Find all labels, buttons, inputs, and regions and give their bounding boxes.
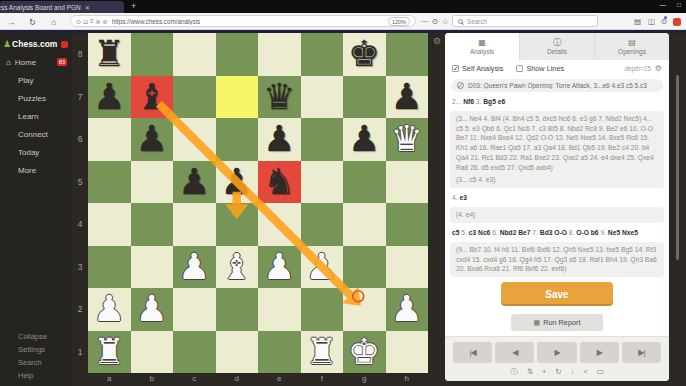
play-move-button[interactable]: ▶ <box>537 342 576 363</box>
first-move-button[interactable]: |◀ <box>453 342 492 363</box>
last-move-button[interactable]: ▶| <box>622 342 661 363</box>
square-c5[interactable]: ♟ <box>173 161 216 204</box>
black-queen-e7[interactable]: ♛ <box>258 76 301 119</box>
square-b1[interactable] <box>131 331 174 374</box>
square-a5[interactable] <box>88 161 131 204</box>
file-label-a: a <box>88 373 131 385</box>
home-icon: ⌂ <box>6 58 11 67</box>
add-icon[interactable]: + <box>542 367 546 378</box>
sidebar-toggle-icon[interactable]: ◫ <box>648 17 655 26</box>
browser-tab-bar: Chess Analysis Board and PGN ✕ + — □ <box>0 0 686 13</box>
square-d5[interactable]: ♟ <box>216 161 259 204</box>
black-pawn-c5[interactable]: ♟ <box>173 161 216 204</box>
self-analysis-checkbox[interactable]: Self Analysis <box>452 64 503 73</box>
sidebar-footer: CollapseSettingsSearchHelp <box>0 330 72 382</box>
analysis-tab-icon: ▦ <box>478 39 486 47</box>
square-b8[interactable] <box>131 33 174 76</box>
move-list[interactable]: 2... Nf6 3. Bg5 e6 (3... Ne4 4. Bf4 (4. … <box>445 93 669 278</box>
square-e2[interactable] <box>258 288 301 331</box>
sidebar-item-today[interactable]: Today <box>0 143 72 161</box>
square-d8[interactable] <box>216 33 259 76</box>
rank-label-5: 5 <box>72 161 88 204</box>
square-g3[interactable] <box>343 246 386 289</box>
analysis-settings-gear-icon[interactable]: ⚙ <box>655 64 662 73</box>
library-icon[interactable]: ▤ <box>634 17 641 26</box>
square-d6[interactable] <box>216 118 259 161</box>
file-label-b: b <box>131 373 174 385</box>
rank-label-2: 2 <box>72 288 88 331</box>
square-h2[interactable]: ♟ <box>386 288 429 331</box>
sidebar-item-puzzles[interactable]: Puzzles <box>0 89 72 107</box>
white-pawn-b2[interactable]: ♟ <box>131 288 174 331</box>
tab-label: Analysis <box>470 48 494 55</box>
square-d3[interactable]: ♝ <box>216 246 259 289</box>
extension-red-icon[interactable] <box>673 18 681 26</box>
square-d7[interactable] <box>216 76 259 119</box>
url-text[interactable]: https://www.chess.com/analysis <box>112 18 388 25</box>
square-e8[interactable] <box>258 33 301 76</box>
variation-box[interactable]: (4. e4) <box>450 207 664 223</box>
square-a8[interactable]: ♜ <box>88 33 131 76</box>
browser-tab[interactable]: Chess Analysis Board and PGN ✕ <box>0 1 124 13</box>
checkbox-unchecked-icon <box>516 65 523 72</box>
rank-label-6: 6 <box>72 118 88 161</box>
flip-board-icon[interactable]: ⇅ <box>527 367 533 378</box>
tab-title: Chess Analysis Board and PGN <box>0 4 81 11</box>
square-h4[interactable] <box>386 203 429 246</box>
square-g6[interactable]: ♟ <box>343 118 386 161</box>
main-move-line[interactable]: 2... Nf6 3. Bg5 e6 <box>445 94 669 109</box>
notification-badge: 83 <box>57 58 67 66</box>
square-c4[interactable] <box>173 203 216 246</box>
reset-icon[interactable]: ↻ <box>555 367 561 378</box>
info-icon[interactable]: ⓘ <box>510 367 518 378</box>
black-pawn-d5[interactable]: ♟ <box>216 161 259 204</box>
rank-label-1: 1 <box>72 331 88 374</box>
sidebar-item-label: Play <box>6 76 34 85</box>
square-a1[interactable]: ♜ <box>88 331 131 374</box>
square-c2[interactable] <box>173 288 216 331</box>
rank-label-7: 7 <box>72 76 88 119</box>
white-pawn-f3[interactable]: ♟ <box>301 246 344 289</box>
square-b6[interactable]: ♟ <box>131 118 174 161</box>
square-c1[interactable] <box>173 331 216 374</box>
zoom-level-badge[interactable]: 120% <box>388 17 410 26</box>
run-report-button[interactable]: ▦ Run Report <box>511 314 603 331</box>
white-pawn-c3[interactable]: ♟ <box>173 246 216 289</box>
white-bishop-d3[interactable]: ♝ <box>216 246 259 289</box>
square-h3[interactable] <box>386 246 429 289</box>
tab-openings[interactable]: ▤Openings <box>595 33 669 60</box>
forward-icon[interactable]: → <box>7 17 16 27</box>
main-move-line[interactable]: c5 5. c3 Nc6 6. Nbd2 Be7 7. Bd3 O-O 8. O… <box>445 225 669 240</box>
logo-notification-badge <box>61 41 68 48</box>
extension-icon[interactable]: ⊘ <box>103 18 108 25</box>
square-f6[interactable] <box>301 118 344 161</box>
next-move-button[interactable]: ▶ <box>580 342 619 363</box>
shield-icon[interactable]: ⊙ <box>76 18 81 25</box>
square-c8[interactable] <box>173 33 216 76</box>
main-move-line[interactable]: 4. e3 <box>445 190 669 205</box>
search-icon <box>458 19 463 24</box>
square-f8[interactable] <box>301 33 344 76</box>
white-pawn-a2[interactable]: ♟ <box>88 288 131 331</box>
sidebar-footer-search[interactable]: Search <box>0 356 72 369</box>
black-king-g8[interactable]: ♚ <box>343 33 386 76</box>
square-c7[interactable] <box>173 76 216 119</box>
square-a6[interactable] <box>88 118 131 161</box>
white-queen-h6[interactable]: ♛ <box>386 118 429 161</box>
extension-icon[interactable]: ⊘ <box>96 18 101 25</box>
square-g5[interactable] <box>343 161 386 204</box>
black-pawn-g6[interactable]: ♟ <box>343 118 386 161</box>
square-e7[interactable]: ♛ <box>258 76 301 119</box>
square-g7[interactable] <box>343 76 386 119</box>
tab-details[interactable]: ⓘDetails <box>520 33 595 60</box>
account-notification-dot <box>664 16 667 19</box>
pocket-icon[interactable]: ⊙ <box>432 17 438 26</box>
sidebar-item-connect[interactable]: Connect <box>0 125 72 143</box>
logo-text: Chess.com <box>12 39 57 49</box>
home-icon[interactable]: ⌂ <box>51 17 56 27</box>
square-g2[interactable] <box>343 288 386 331</box>
analysis-panel: ▦AnalysisⓘDetails▤Openings Self Analysis… <box>445 33 669 381</box>
file-label-d: d <box>216 373 259 385</box>
sidebar-footer-collapse[interactable]: Collapse <box>0 330 72 343</box>
file-label-c: c <box>173 373 216 385</box>
square-e6[interactable]: ♟ <box>258 118 301 161</box>
file-label-h: h <box>386 373 429 385</box>
sidebar-item-learn[interactable]: Learn <box>0 107 72 125</box>
opening-name: D03: Queen's Pawn Opening: Torre Attack,… <box>468 82 647 89</box>
square-e5[interactable]: ♞ <box>258 161 301 204</box>
rank-label-4: 4 <box>72 203 88 246</box>
panel-tabs: ▦AnalysisⓘDetails▤Openings <box>445 33 669 60</box>
sidebar-footer-settings[interactable]: Settings <box>0 343 72 356</box>
black-pawn-b6[interactable]: ♟ <box>131 118 174 161</box>
show-lines-checkbox[interactable]: Show Lines <box>516 64 564 73</box>
square-c6[interactable] <box>173 118 216 161</box>
square-d4[interactable] <box>216 203 259 246</box>
opening-name-box[interactable]: D03: Queen's Pawn Opening: Torre Attack,… <box>451 79 663 92</box>
sidebar-item-label: Home <box>15 58 36 67</box>
minimize-button[interactable]: — <box>660 1 667 8</box>
square-e3[interactable]: ♟ <box>258 246 301 289</box>
square-b4[interactable] <box>131 203 174 246</box>
white-rook-a1[interactable]: ♜ <box>88 331 131 374</box>
white-rook-f1[interactable]: ♜ <box>301 331 344 374</box>
black-pawn-h7[interactable]: ♟ <box>386 76 429 119</box>
black-knight-e5[interactable]: ♞ <box>258 161 301 204</box>
details-tab-icon: ⓘ <box>553 39 561 47</box>
square-f7[interactable] <box>301 76 344 119</box>
square-f4[interactable] <box>301 203 344 246</box>
tab-close-icon[interactable]: ✕ <box>85 4 90 11</box>
prev-move-button[interactable]: ◀ <box>495 342 534 363</box>
square-a7[interactable]: ♟ <box>88 76 131 119</box>
black-bishop-b7[interactable]: ♝ <box>131 76 174 119</box>
lock-icon: ⊡ <box>83 18 88 25</box>
page-scrollbar[interactable] <box>676 75 679 260</box>
square-f2[interactable] <box>301 288 344 331</box>
square-d2[interactable] <box>216 288 259 331</box>
search-bar[interactable]: Search <box>452 15 598 27</box>
white-pawn-h2[interactable]: ♟ <box>386 288 429 331</box>
variation-box[interactable]: (9... Bb7 10. f4 h6 11. Bxf6 Bxf6 12. Qh… <box>450 242 664 277</box>
black-rook-a8[interactable]: ♜ <box>88 33 131 76</box>
sidebar-item-label: More <box>6 166 36 175</box>
variation-box[interactable]: (3... Ne4 4. Bf4 (4. Bh4 c5 5. dxc5 Nc6 … <box>450 111 664 188</box>
square-h1[interactable] <box>386 331 429 374</box>
extension-icon[interactable]: ≡ <box>90 18 94 24</box>
file-labels: abcdefgh <box>88 373 428 385</box>
square-b7[interactable]: ♝ <box>131 76 174 119</box>
new-tab-button[interactable]: + <box>131 1 136 11</box>
sidebar-item-more[interactable]: More <box>0 161 72 179</box>
sidebar-item-label: Connect <box>6 130 48 139</box>
computer-icon[interactable]: ▭ <box>597 367 604 378</box>
board-settings-gear-icon[interactable]: ⚙ <box>433 36 441 46</box>
white-king-g1[interactable]: ♚ <box>343 331 386 374</box>
square-f5[interactable] <box>301 161 344 204</box>
square-a3[interactable] <box>88 246 131 289</box>
chesscom-logo[interactable]: ♟ Chess.com <box>0 33 72 53</box>
checkbox-checked-icon <box>452 65 459 72</box>
square-e4[interactable] <box>258 203 301 246</box>
square-g8[interactable]: ♚ <box>343 33 386 76</box>
tab-analysis[interactable]: ▦Analysis <box>445 33 520 60</box>
square-b5[interactable] <box>131 161 174 204</box>
file-label-e: e <box>258 373 301 385</box>
openings-tab-icon: ▤ <box>628 39 636 47</box>
share-icon[interactable]: < <box>583 367 587 378</box>
square-g1[interactable]: ♚ <box>343 331 386 374</box>
rank-label-3: 3 <box>72 246 88 289</box>
square-h5[interactable] <box>386 161 429 204</box>
logo-pawn-icon: ♟ <box>3 39 11 49</box>
white-pawn-e3[interactable]: ♟ <box>258 246 301 289</box>
maximize-button[interactable]: □ <box>677 1 681 8</box>
rank-label-8: 8 <box>72 33 88 76</box>
square-d1[interactable] <box>216 331 259 374</box>
sidebar-item-label: Today <box>6 148 39 157</box>
overflow-menu-icon[interactable]: ⋯ <box>421 17 429 26</box>
board-tools: ⓘ⇅+↻↓<▭ <box>453 367 661 378</box>
rank-labels: 87654321 <box>72 33 88 373</box>
search-placeholder: Search <box>467 18 487 25</box>
download-icon[interactable]: ↓ <box>571 367 575 378</box>
move-navigation: |◀◀▶▶▶| <box>453 342 661 363</box>
save-button[interactable]: Save <box>501 282 613 306</box>
square-a4[interactable] <box>88 203 131 246</box>
sidebar-item-home[interactable]: ⌂Home83 <box>0 53 72 71</box>
square-b3[interactable] <box>131 246 174 289</box>
tab-label: Openings <box>618 48 646 55</box>
sidebar-item-label: Puzzles <box>6 94 46 103</box>
browser-toolbar: → ↻ ⌂ ⊙ ⊡ ≡ ⊘ ⊘ https://www.chess.com/an… <box>0 13 686 30</box>
address-bar[interactable]: ⊙ ⊡ ≡ ⊘ ⊘ https://www.chess.com/analysis… <box>70 15 416 27</box>
reload-icon[interactable]: ↻ <box>29 17 36 27</box>
bookmark-star-icon[interactable]: ☆ <box>442 17 449 26</box>
report-icon: ▦ <box>534 319 541 327</box>
black-pawn-e6[interactable]: ♟ <box>258 118 301 161</box>
square-b2[interactable]: ♟ <box>131 288 174 331</box>
sidebar-item-play[interactable]: Play <box>0 71 72 89</box>
file-label-g: g <box>343 373 386 385</box>
sidebar-item-label: Learn <box>6 112 38 121</box>
square-f3[interactable]: ♟ <box>301 246 344 289</box>
opening-status-icon <box>457 82 464 89</box>
tab-label: Details <box>547 48 567 55</box>
panel-footer: |◀◀▶▶▶| ⓘ⇅+↻↓<▭ <box>445 336 669 381</box>
square-c3[interactable]: ♟ <box>173 246 216 289</box>
chess-board[interactable]: ♜♚♟♝♛♟♟♟♟♛♟♟♞♟♝♟♟♟♟♟♜♜♚ <box>88 33 428 373</box>
chesscom-sidebar: ♟ Chess.com ⌂Home83PlayPuzzlesLearnConne… <box>0 33 72 386</box>
depth-label: depth=15 <box>624 65 650 72</box>
analysis-controls: Self Analysis Show Lines depth=15 ⚙ <box>445 60 669 77</box>
square-a2[interactable]: ♟ <box>88 288 131 331</box>
browser-window: Chess Analysis Board and PGN ✕ + — □ → ↻… <box>0 0 686 386</box>
square-h7[interactable]: ♟ <box>386 76 429 119</box>
file-label-f: f <box>301 373 344 385</box>
square-h8[interactable] <box>386 33 429 76</box>
square-g4[interactable] <box>343 203 386 246</box>
square-f1[interactable]: ♜ <box>301 331 344 374</box>
square-e1[interactable] <box>258 331 301 374</box>
black-pawn-a7[interactable]: ♟ <box>88 76 131 119</box>
square-h6[interactable]: ♛ <box>386 118 429 161</box>
sidebar-footer-help[interactable]: Help <box>0 369 72 382</box>
